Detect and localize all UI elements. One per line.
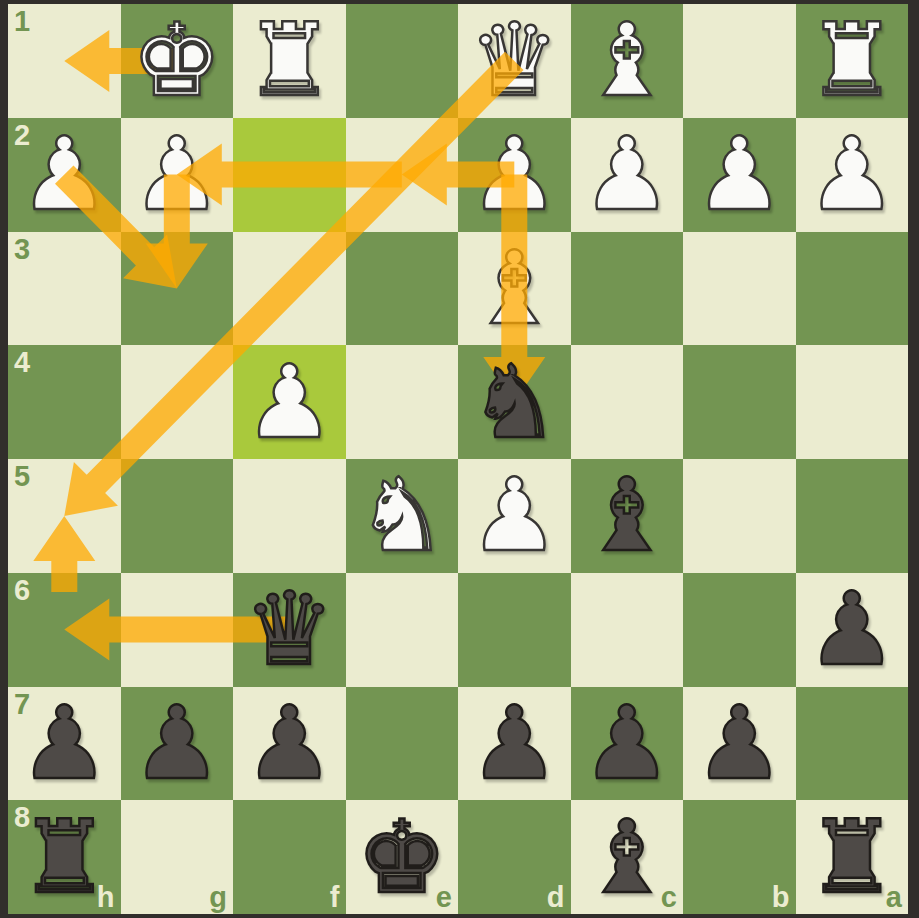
square-a1[interactable]: ♜ xyxy=(796,4,909,118)
square-b4[interactable] xyxy=(683,345,796,459)
square-c4[interactable] xyxy=(571,345,684,459)
piece-black-pawn-f7[interactable]: ♟ xyxy=(233,687,346,801)
piece-black-bishop-c8[interactable]: ♝ xyxy=(571,800,684,914)
square-h2[interactable]: 2♟ xyxy=(8,118,121,232)
square-d5[interactable]: ♟ xyxy=(458,459,571,573)
square-g8[interactable]: g xyxy=(121,800,234,914)
square-f8[interactable]: f xyxy=(233,800,346,914)
square-d6[interactable] xyxy=(458,573,571,687)
square-d3[interactable]: ♝ xyxy=(458,232,571,346)
piece-white-pawn-g2[interactable]: ♟ xyxy=(121,118,234,232)
piece-white-pawn-d2[interactable]: ♟ xyxy=(458,118,571,232)
rank-label-6: 6 xyxy=(14,576,30,605)
square-e8[interactable]: e♚ xyxy=(346,800,459,914)
file-label-b: b xyxy=(772,883,790,912)
square-a4[interactable] xyxy=(796,345,909,459)
piece-white-pawn-b2[interactable]: ♟ xyxy=(683,118,796,232)
square-f5[interactable] xyxy=(233,459,346,573)
square-e6[interactable] xyxy=(346,573,459,687)
square-d7[interactable]: ♟ xyxy=(458,687,571,801)
square-c2[interactable]: ♟ xyxy=(571,118,684,232)
square-h4[interactable]: 4 xyxy=(8,345,121,459)
square-a5[interactable] xyxy=(796,459,909,573)
square-e3[interactable] xyxy=(346,232,459,346)
square-b2[interactable]: ♟ xyxy=(683,118,796,232)
square-e7[interactable] xyxy=(346,687,459,801)
square-h1[interactable]: 1 xyxy=(8,4,121,118)
square-c5[interactable]: ♝ xyxy=(571,459,684,573)
square-h5[interactable]: 5 xyxy=(8,459,121,573)
piece-black-pawn-d7[interactable]: ♟ xyxy=(458,687,571,801)
piece-black-pawn-g7[interactable]: ♟ xyxy=(121,687,234,801)
piece-white-pawn-c2[interactable]: ♟ xyxy=(571,118,684,232)
piece-white-bishop-c1[interactable]: ♝ xyxy=(571,4,684,118)
square-b1[interactable] xyxy=(683,4,796,118)
square-c1[interactable]: ♝ xyxy=(571,4,684,118)
square-g3[interactable] xyxy=(121,232,234,346)
square-d8[interactable]: d xyxy=(458,800,571,914)
rank-label-3: 3 xyxy=(14,235,30,264)
square-e1[interactable] xyxy=(346,4,459,118)
square-d1[interactable]: ♛ xyxy=(458,4,571,118)
square-a7[interactable] xyxy=(796,687,909,801)
piece-white-king-g1[interactable]: ♚ xyxy=(121,4,234,118)
piece-black-rook-a8[interactable]: ♜ xyxy=(796,800,909,914)
square-c6[interactable] xyxy=(571,573,684,687)
square-d2[interactable]: ♟ xyxy=(458,118,571,232)
square-f3[interactable] xyxy=(233,232,346,346)
square-f2[interactable] xyxy=(233,118,346,232)
piece-white-bishop-d3[interactable]: ♝ xyxy=(458,232,571,346)
piece-black-rook-h8[interactable]: ♜ xyxy=(8,800,121,914)
square-c7[interactable]: ♟ xyxy=(571,687,684,801)
file-label-g: g xyxy=(209,883,227,912)
square-b5[interactable] xyxy=(683,459,796,573)
piece-white-pawn-f4[interactable]: ♟ xyxy=(233,345,346,459)
square-g5[interactable] xyxy=(121,459,234,573)
piece-black-pawn-b7[interactable]: ♟ xyxy=(683,687,796,801)
square-a6[interactable]: ♟ xyxy=(796,573,909,687)
square-a8[interactable]: a♜ xyxy=(796,800,909,914)
square-c3[interactable] xyxy=(571,232,684,346)
square-h3[interactable]: 3 xyxy=(8,232,121,346)
square-d4[interactable]: ♞ xyxy=(458,345,571,459)
square-e5[interactable]: ♞ xyxy=(346,459,459,573)
square-h6[interactable]: 6 xyxy=(8,573,121,687)
square-h7[interactable]: 7♟ xyxy=(8,687,121,801)
square-c8[interactable]: c♝ xyxy=(571,800,684,914)
piece-white-pawn-h2[interactable]: ♟ xyxy=(8,118,121,232)
rank-label-4: 4 xyxy=(14,348,30,377)
piece-black-knight-d4[interactable]: ♞ xyxy=(458,345,571,459)
piece-black-pawn-a6[interactable]: ♟ xyxy=(796,573,909,687)
square-b7[interactable]: ♟ xyxy=(683,687,796,801)
rank-label-5: 5 xyxy=(14,462,30,491)
piece-white-queen-d1[interactable]: ♛ xyxy=(458,4,571,118)
piece-black-bishop-c5[interactable]: ♝ xyxy=(571,459,684,573)
chess-board: 1♚♜♛♝♜2♟♟♟♟♟♟3♝4♟♞5♞♟♝6♛♟7♟♟♟♟♟♟8h♜gfe♚d… xyxy=(8,4,908,914)
square-e4[interactable] xyxy=(346,345,459,459)
square-f1[interactable]: ♜ xyxy=(233,4,346,118)
square-g7[interactable]: ♟ xyxy=(121,687,234,801)
square-f6[interactable]: ♛ xyxy=(233,573,346,687)
piece-white-knight-e5[interactable]: ♞ xyxy=(346,459,459,573)
file-label-d: d xyxy=(547,883,565,912)
square-b6[interactable] xyxy=(683,573,796,687)
piece-white-rook-f1[interactable]: ♜ xyxy=(233,4,346,118)
square-e2[interactable] xyxy=(346,118,459,232)
square-f7[interactable]: ♟ xyxy=(233,687,346,801)
square-a2[interactable]: ♟ xyxy=(796,118,909,232)
piece-white-pawn-a2[interactable]: ♟ xyxy=(796,118,909,232)
file-label-f: f xyxy=(330,883,340,912)
square-g1[interactable]: ♚ xyxy=(121,4,234,118)
piece-white-pawn-d5[interactable]: ♟ xyxy=(458,459,571,573)
piece-white-rook-a1[interactable]: ♜ xyxy=(796,4,909,118)
square-b8[interactable]: b xyxy=(683,800,796,914)
piece-black-pawn-c7[interactable]: ♟ xyxy=(571,687,684,801)
square-g2[interactable]: ♟ xyxy=(121,118,234,232)
square-g4[interactable] xyxy=(121,345,234,459)
square-a3[interactable] xyxy=(796,232,909,346)
board-frame: 1♚♜♛♝♜2♟♟♟♟♟♟3♝4♟♞5♞♟♝6♛♟7♟♟♟♟♟♟8h♜gfe♚d… xyxy=(0,0,919,918)
square-f4[interactable]: ♟ xyxy=(233,345,346,459)
piece-black-king-e8[interactable]: ♚ xyxy=(346,800,459,914)
piece-black-queen-f6[interactable]: ♛ xyxy=(233,573,346,687)
piece-black-pawn-h7[interactable]: ♟ xyxy=(8,687,121,801)
square-b3[interactable] xyxy=(683,232,796,346)
square-h8[interactable]: 8h♜ xyxy=(8,800,121,914)
square-g6[interactable] xyxy=(121,573,234,687)
rank-label-1: 1 xyxy=(14,7,30,36)
